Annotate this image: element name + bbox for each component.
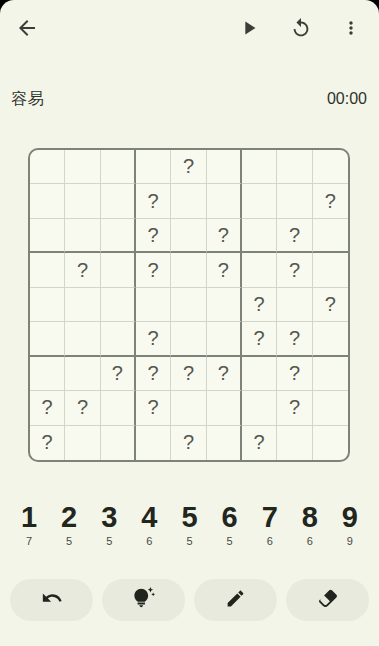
cell-r5c6[interactable] [207, 288, 242, 322]
cell-r6c5[interactable] [171, 322, 206, 356]
cell-r1c2[interactable] [65, 150, 100, 184]
cell-r1c8[interactable] [277, 150, 312, 184]
cell-r7c6[interactable]: ? [207, 357, 242, 391]
number-pad: 172535465565768699 [9, 502, 370, 552]
cell-r6c8[interactable]: ? [277, 322, 312, 356]
cell-r4c2[interactable]: ? [65, 253, 100, 287]
digit-remaining-count: 6 [146, 535, 152, 547]
cell-r3c6[interactable]: ? [207, 219, 242, 253]
numpad-digit-6[interactable]: 65 [210, 502, 250, 552]
digit-remaining-count: 9 [347, 535, 353, 547]
restart-icon [290, 17, 312, 43]
cell-r9c8[interactable] [277, 426, 312, 460]
cell-r9c4[interactable] [136, 426, 171, 460]
cell-r8c2[interactable]: ? [65, 391, 100, 425]
hint-button[interactable] [102, 579, 185, 621]
cell-r2c2[interactable] [65, 184, 100, 218]
pencil-icon [225, 588, 246, 613]
cell-r9c2[interactable] [65, 426, 100, 460]
cell-r8c4[interactable]: ? [136, 391, 171, 425]
cell-r8c7[interactable] [242, 391, 277, 425]
cell-r3c3[interactable] [101, 219, 136, 253]
eraser-icon [317, 587, 339, 613]
cell-r1c7[interactable] [242, 150, 277, 184]
cell-r8c5[interactable] [171, 391, 206, 425]
cell-r7c1[interactable] [30, 357, 65, 391]
numpad-digit-7[interactable]: 76 [250, 502, 290, 552]
cell-r4c3[interactable] [101, 253, 136, 287]
cell-r9c7[interactable]: ? [242, 426, 277, 460]
digit-remaining-count: 6 [267, 535, 273, 547]
digit-label: 8 [302, 502, 318, 532]
cell-r4c9[interactable] [313, 253, 348, 287]
cell-r3c4[interactable]: ? [136, 219, 171, 253]
cell-r4c8[interactable]: ? [277, 253, 312, 287]
cell-r3c2[interactable] [65, 219, 100, 253]
cell-r9c3[interactable] [101, 426, 136, 460]
digit-label: 6 [222, 502, 238, 532]
cell-r1c5[interactable]: ? [171, 150, 206, 184]
digit-label: 4 [141, 502, 157, 532]
digit-remaining-count: 5 [227, 535, 233, 547]
cell-r7c8[interactable]: ? [277, 357, 312, 391]
notes-button[interactable] [194, 579, 277, 621]
cell-r4c5[interactable] [171, 253, 206, 287]
cell-r6c6[interactable] [207, 322, 242, 356]
cell-r1c4[interactable] [136, 150, 171, 184]
cell-r7c3[interactable]: ? [101, 357, 136, 391]
cell-r7c7[interactable] [242, 357, 277, 391]
top-bar [0, 0, 379, 60]
cell-r9c9[interactable] [313, 426, 348, 460]
cell-r5c4[interactable] [136, 288, 171, 322]
cell-r3c9[interactable] [313, 219, 348, 253]
cell-r1c9[interactable] [313, 150, 348, 184]
cell-r5c8[interactable] [277, 288, 312, 322]
cell-r5c5[interactable] [171, 288, 206, 322]
numpad-digit-8[interactable]: 86 [290, 502, 330, 552]
digit-label: 3 [101, 502, 117, 532]
cell-r3c1[interactable] [30, 219, 65, 253]
cell-r2c4[interactable]: ? [136, 184, 171, 218]
cell-r8c3[interactable] [101, 391, 136, 425]
digit-remaining-count: 5 [106, 535, 112, 547]
cell-r8c6[interactable] [207, 391, 242, 425]
cell-r2c3[interactable] [101, 184, 136, 218]
digit-remaining-count: 5 [186, 535, 192, 547]
cell-r9c5[interactable]: ? [171, 426, 206, 460]
cell-r5c2[interactable] [65, 288, 100, 322]
cell-r5c9[interactable]: ? [313, 288, 348, 322]
cell-r4c6[interactable]: ? [207, 253, 242, 287]
cell-r7c9[interactable] [313, 357, 348, 391]
cell-r9c6[interactable] [207, 426, 242, 460]
cell-r6c9[interactable] [313, 322, 348, 356]
overflow-menu-button[interactable] [340, 19, 362, 41]
lightbulb-sparkles-icon [133, 587, 155, 613]
cell-r6c7[interactable]: ? [242, 322, 277, 356]
restart-button[interactable] [290, 19, 312, 41]
cell-r2c5[interactable] [171, 184, 206, 218]
arrow-back-icon [15, 16, 39, 44]
play-button[interactable] [238, 19, 260, 41]
digit-label: 5 [181, 502, 197, 532]
cell-r2c6[interactable] [207, 184, 242, 218]
cell-r5c7[interactable]: ? [242, 288, 277, 322]
digit-label: 1 [21, 502, 37, 532]
cell-r2c7[interactable] [242, 184, 277, 218]
digit-remaining-count: 7 [26, 535, 32, 547]
cell-r6c4[interactable]: ? [136, 322, 171, 356]
numpad-digit-1[interactable]: 17 [9, 502, 49, 552]
status-row: 容易 00:00 [11, 88, 367, 110]
cell-r2c1[interactable] [30, 184, 65, 218]
digit-remaining-count: 6 [307, 535, 313, 547]
cell-r6c2[interactable] [65, 322, 100, 356]
digit-label: 9 [342, 502, 358, 532]
numpad-digit-5[interactable]: 55 [169, 502, 209, 552]
undo-button[interactable] [10, 579, 93, 621]
numpad-digit-2[interactable]: 25 [49, 502, 89, 552]
numpad-digit-3[interactable]: 35 [89, 502, 129, 552]
sudoku-app-screen: 容易 00:00 ??????????????????????????? 172… [0, 0, 379, 646]
difficulty-label: 容易 [11, 89, 44, 110]
cell-r4c1[interactable] [30, 253, 65, 287]
cell-r3c8[interactable]: ? [277, 219, 312, 253]
back-button[interactable] [13, 16, 41, 44]
cell-r7c2[interactable] [65, 357, 100, 391]
cell-r6c3[interactable] [101, 322, 136, 356]
cell-r8c8[interactable]: ? [277, 391, 312, 425]
cell-r1c3[interactable] [101, 150, 136, 184]
cell-r2c9[interactable]: ? [313, 184, 348, 218]
bottom-toolbar [10, 579, 369, 621]
digit-remaining-count: 5 [66, 535, 72, 547]
cell-r3c7[interactable] [242, 219, 277, 253]
cell-r3c5[interactable] [171, 219, 206, 253]
play-icon [238, 17, 260, 43]
erase-button[interactable] [286, 579, 369, 621]
cell-r5c1[interactable] [30, 288, 65, 322]
cell-r1c6[interactable] [207, 150, 242, 184]
cell-r6c1[interactable] [30, 322, 65, 356]
more-vert-icon [341, 18, 361, 42]
undo-icon [41, 587, 63, 613]
cell-r4c7[interactable] [242, 253, 277, 287]
cell-r9c1[interactable]: ? [30, 426, 65, 460]
cell-r4c4[interactable]: ? [136, 253, 171, 287]
sudoku-board: ??????????????????????????? [28, 148, 350, 462]
cell-r7c4[interactable]: ? [136, 357, 171, 391]
cell-r2c8[interactable] [277, 184, 312, 218]
cell-r1c1[interactable] [30, 150, 65, 184]
cell-r8c1[interactable]: ? [30, 391, 65, 425]
numpad-digit-9[interactable]: 99 [330, 502, 370, 552]
cell-r8c9[interactable] [313, 391, 348, 425]
numpad-digit-4[interactable]: 46 [129, 502, 169, 552]
cell-r7c5[interactable]: ? [171, 357, 206, 391]
timer: 00:00 [327, 90, 367, 108]
cell-r5c3[interactable] [101, 288, 136, 322]
digit-label: 7 [262, 502, 278, 532]
digit-label: 2 [61, 502, 77, 532]
